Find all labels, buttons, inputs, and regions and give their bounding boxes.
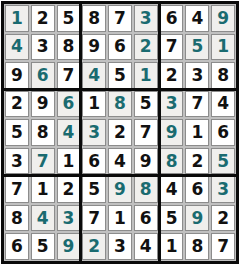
cell-r3c9[interactable]: 8 <box>211 62 235 89</box>
cell-r4c5[interactable]: 8 <box>108 91 132 118</box>
cell-r6c1[interactable]: 3 <box>5 148 29 175</box>
cell-r2c4[interactable]: 9 <box>82 34 106 61</box>
cell-r8c7[interactable]: 5 <box>160 205 184 232</box>
cell-r1c1[interactable]: 1 <box>5 5 29 32</box>
cell-r8c4[interactable]: 7 <box>82 205 106 232</box>
cell-r9c5[interactable]: 3 <box>108 233 132 260</box>
cell-r3c5[interactable]: 5 <box>108 62 132 89</box>
cell-r6c5[interactable]: 4 <box>108 148 132 175</box>
cell-r5c7[interactable]: 9 <box>160 119 184 146</box>
cell-r2c1[interactable]: 4 <box>5 34 29 61</box>
cell-r3c4[interactable]: 4 <box>82 62 106 89</box>
cell-r8c2[interactable]: 4 <box>31 205 55 232</box>
cell-r5c1[interactable]: 5 <box>5 119 29 146</box>
cell-r9c9[interactable]: 7 <box>211 233 235 260</box>
cell-r6c7[interactable]: 8 <box>160 148 184 175</box>
cell-r3c3[interactable]: 7 <box>57 62 81 89</box>
cell-r2c9[interactable]: 1 <box>211 34 235 61</box>
cell-r1c2[interactable]: 2 <box>31 5 55 32</box>
cell-r7c9[interactable]: 3 <box>211 176 235 203</box>
cell-r7c8[interactable]: 6 <box>185 176 209 203</box>
cell-r4c3[interactable]: 6 <box>57 91 81 118</box>
cell-r7c2[interactable]: 1 <box>31 176 55 203</box>
cell-r8c8[interactable]: 9 <box>185 205 209 232</box>
cell-r3c1[interactable]: 9 <box>5 62 29 89</box>
cell-r4c8[interactable]: 7 <box>185 91 209 118</box>
cell-r1c5[interactable]: 7 <box>108 5 132 32</box>
cell-r9c1[interactable]: 6 <box>5 233 29 260</box>
cell-r6c3[interactable]: 1 <box>57 148 81 175</box>
cell-r7c7[interactable]: 4 <box>160 176 184 203</box>
cell-r8c9[interactable]: 2 <box>211 205 235 232</box>
cell-r2c6[interactable]: 2 <box>134 34 158 61</box>
cell-r5c4[interactable]: 3 <box>82 119 106 146</box>
cell-r1c7[interactable]: 6 <box>160 5 184 32</box>
cell-r6c2[interactable]: 7 <box>31 148 55 175</box>
cell-r2c7[interactable]: 7 <box>160 34 184 61</box>
cell-r1c6[interactable]: 3 <box>134 5 158 32</box>
cell-r9c4[interactable]: 2 <box>82 233 106 260</box>
cell-r7c1[interactable]: 7 <box>5 176 29 203</box>
cell-r8c1[interactable]: 8 <box>5 205 29 232</box>
cell-r5c9[interactable]: 6 <box>211 119 235 146</box>
cell-r6c4[interactable]: 6 <box>82 148 106 175</box>
cell-r1c8[interactable]: 4 <box>185 5 209 32</box>
cell-r7c3[interactable]: 2 <box>57 176 81 203</box>
cell-r7c6[interactable]: 8 <box>134 176 158 203</box>
cell-r9c8[interactable]: 8 <box>185 233 209 260</box>
cell-r5c5[interactable]: 2 <box>108 119 132 146</box>
cell-r6c9[interactable]: 5 <box>211 148 235 175</box>
cell-r3c2[interactable]: 6 <box>31 62 55 89</box>
cell-r5c8[interactable]: 1 <box>185 119 209 146</box>
cell-r1c9[interactable]: 9 <box>211 5 235 32</box>
cell-r9c2[interactable]: 5 <box>31 233 55 260</box>
cell-r4c7[interactable]: 3 <box>160 91 184 118</box>
cell-r1c4[interactable]: 8 <box>82 5 106 32</box>
cell-r2c3[interactable]: 8 <box>57 34 81 61</box>
cell-r2c2[interactable]: 3 <box>31 34 55 61</box>
cell-r4c9[interactable]: 4 <box>211 91 235 118</box>
cell-r8c5[interactable]: 1 <box>108 205 132 232</box>
cell-r9c6[interactable]: 4 <box>134 233 158 260</box>
cell-r2c5[interactable]: 6 <box>108 34 132 61</box>
cell-r8c3[interactable]: 3 <box>57 205 81 232</box>
cell-r6c6[interactable]: 9 <box>134 148 158 175</box>
cell-r6c8[interactable]: 2 <box>185 148 209 175</box>
cell-r9c3[interactable]: 9 <box>57 233 81 260</box>
cell-r5c6[interactable]: 7 <box>134 119 158 146</box>
cell-r4c4[interactable]: 1 <box>82 91 106 118</box>
cell-r3c8[interactable]: 3 <box>185 62 209 89</box>
cell-r7c4[interactable]: 5 <box>82 176 106 203</box>
cell-r4c2[interactable]: 9 <box>31 91 55 118</box>
cell-r7c5[interactable]: 9 <box>108 176 132 203</box>
sudoku-grid: 1258736494389627519674512382961853745843… <box>1 1 239 264</box>
cell-r3c6[interactable]: 1 <box>134 62 158 89</box>
cell-r3c7[interactable]: 2 <box>160 62 184 89</box>
cell-r4c1[interactable]: 2 <box>5 91 29 118</box>
cell-r8c6[interactable]: 6 <box>134 205 158 232</box>
cell-r9c7[interactable]: 1 <box>160 233 184 260</box>
cell-r2c8[interactable]: 5 <box>185 34 209 61</box>
cell-r5c3[interactable]: 4 <box>57 119 81 146</box>
cell-r4c6[interactable]: 5 <box>134 91 158 118</box>
cell-r1c3[interactable]: 5 <box>57 5 81 32</box>
cell-r5c2[interactable]: 8 <box>31 119 55 146</box>
sudoku-board: 1258736494389627519674512382961853745843… <box>0 0 240 265</box>
